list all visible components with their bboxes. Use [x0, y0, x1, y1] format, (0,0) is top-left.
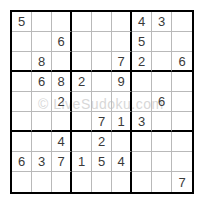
cell-r8c1[interactable]: 6	[12, 152, 32, 172]
cell-r6c5[interactable]: 7	[92, 112, 112, 132]
cell-r6c8[interactable]	[152, 112, 172, 132]
cell-r9c8[interactable]	[152, 172, 172, 192]
cell-r6c7[interactable]: 3	[132, 112, 152, 132]
cell-r9c7[interactable]	[132, 172, 152, 192]
cell-r3c9[interactable]: 6	[172, 52, 192, 72]
cell-r3c5[interactable]	[92, 52, 112, 72]
cell-r3c2[interactable]: 8	[32, 52, 52, 72]
cell-r1c6[interactable]	[112, 12, 132, 32]
cell-r1c8[interactable]: 3	[152, 12, 172, 32]
cell-r9c5[interactable]	[92, 172, 112, 192]
cell-r5c2[interactable]	[32, 92, 52, 112]
cell-r2c5[interactable]	[92, 32, 112, 52]
cell-r6c4[interactable]	[72, 112, 92, 132]
cell-r8c7[interactable]	[132, 152, 152, 172]
cell-r9c4[interactable]	[72, 172, 92, 192]
cell-r8c9[interactable]	[172, 152, 192, 172]
cell-r1c9[interactable]	[172, 12, 192, 32]
cell-r4c5[interactable]	[92, 72, 112, 92]
cell-r7c3[interactable]: 4	[52, 132, 72, 152]
cell-r8c8[interactable]	[152, 152, 172, 172]
cell-r2c9[interactable]	[172, 32, 192, 52]
cell-r8c6[interactable]: 4	[112, 152, 132, 172]
cell-r2c3[interactable]: 6	[52, 32, 72, 52]
cell-r4c4[interactable]: 2	[72, 72, 92, 92]
cell-r4c6[interactable]: 9	[112, 72, 132, 92]
cell-r7c1[interactable]	[12, 132, 32, 152]
cell-r3c4[interactable]	[72, 52, 92, 72]
cell-r7c5[interactable]: 2	[92, 132, 112, 152]
cell-r2c8[interactable]	[152, 32, 172, 52]
cell-r7c2[interactable]	[32, 132, 52, 152]
cell-r8c2[interactable]: 3	[32, 152, 52, 172]
cell-r4c9[interactable]	[172, 72, 192, 92]
cell-r1c1[interactable]: 5	[12, 12, 32, 32]
cell-r5c3[interactable]: 2	[52, 92, 72, 112]
cell-r1c4[interactable]	[72, 12, 92, 32]
cell-r9c6[interactable]	[112, 172, 132, 192]
sudoku-board: © LiveSudoku.com 54365872668292671342637…	[10, 10, 194, 194]
cell-r8c5[interactable]: 5	[92, 152, 112, 172]
cell-r3c8[interactable]	[152, 52, 172, 72]
cell-r6c9[interactable]	[172, 112, 192, 132]
cell-r5c4[interactable]	[72, 92, 92, 112]
cell-r7c6[interactable]	[112, 132, 132, 152]
cell-r3c7[interactable]: 2	[132, 52, 152, 72]
cell-r4c8[interactable]	[152, 72, 172, 92]
cell-r6c1[interactable]	[12, 112, 32, 132]
cell-r5c8[interactable]: 6	[152, 92, 172, 112]
cell-r2c2[interactable]	[32, 32, 52, 52]
cell-r4c3[interactable]: 8	[52, 72, 72, 92]
cell-r5c1[interactable]	[12, 92, 32, 112]
cell-r2c1[interactable]	[12, 32, 32, 52]
cell-r7c9[interactable]	[172, 132, 192, 152]
cell-r1c3[interactable]	[52, 12, 72, 32]
cell-r2c4[interactable]	[72, 32, 92, 52]
cell-r4c7[interactable]	[132, 72, 152, 92]
cell-r6c3[interactable]	[52, 112, 72, 132]
cell-r3c6[interactable]: 7	[112, 52, 132, 72]
cell-r2c7[interactable]: 5	[132, 32, 152, 52]
cell-r9c2[interactable]	[32, 172, 52, 192]
cell-r5c5[interactable]	[92, 92, 112, 112]
cell-r3c1[interactable]	[12, 52, 32, 72]
cell-r9c9[interactable]: 7	[172, 172, 192, 192]
cell-r3c3[interactable]	[52, 52, 72, 72]
cell-r9c1[interactable]	[12, 172, 32, 192]
cell-r6c6[interactable]: 1	[112, 112, 132, 132]
cell-r4c2[interactable]: 6	[32, 72, 52, 92]
cell-r4c1[interactable]	[12, 72, 32, 92]
cell-r8c4[interactable]: 1	[72, 152, 92, 172]
cell-r9c3[interactable]	[52, 172, 72, 192]
cell-r7c8[interactable]	[152, 132, 172, 152]
cell-r5c6[interactable]	[112, 92, 132, 112]
cell-r5c7[interactable]	[132, 92, 152, 112]
cell-r1c2[interactable]	[32, 12, 52, 32]
cell-r7c4[interactable]	[72, 132, 92, 152]
cell-r2c6[interactable]	[112, 32, 132, 52]
cell-r6c2[interactable]	[32, 112, 52, 132]
cell-r7c7[interactable]	[132, 132, 152, 152]
cell-r5c9[interactable]	[172, 92, 192, 112]
cell-r1c5[interactable]	[92, 12, 112, 32]
cell-r8c3[interactable]: 7	[52, 152, 72, 172]
cell-r1c7[interactable]: 4	[132, 12, 152, 32]
